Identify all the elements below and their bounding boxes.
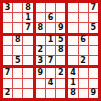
cell-r4c1[interactable] xyxy=(3,36,12,45)
cell-r8c5: 4 xyxy=(46,79,55,88)
cell-r8c9[interactable] xyxy=(89,79,98,88)
block-9: 4189 xyxy=(68,68,98,98)
cell-r3c2[interactable] xyxy=(13,23,22,32)
block-8: 924 xyxy=(36,68,66,98)
cell-r9c2[interactable] xyxy=(13,89,22,98)
cell-r5c1[interactable] xyxy=(3,46,12,55)
cell-r8c4[interactable] xyxy=(36,79,45,88)
cell-r3c8[interactable] xyxy=(79,23,88,32)
cell-r2c6[interactable] xyxy=(56,13,65,22)
cell-r5c4: 2 xyxy=(36,46,45,55)
cell-r9c4[interactable] xyxy=(36,89,45,98)
block-7: 72 xyxy=(3,68,33,98)
cell-r5c7[interactable] xyxy=(68,46,77,55)
cell-r6c2: 5 xyxy=(13,56,22,65)
cell-r4c8: 6 xyxy=(79,36,88,45)
cell-r3c6: 9 xyxy=(56,23,65,32)
cell-r6c9[interactable] xyxy=(89,56,98,65)
block-3: 75 xyxy=(68,3,98,33)
cell-r4c3[interactable] xyxy=(23,36,32,45)
cell-r7c6: 2 xyxy=(56,68,65,77)
cell-r3c9: 5 xyxy=(89,23,98,32)
cell-r4c2: 8 xyxy=(13,36,22,45)
cell-r2c2[interactable] xyxy=(13,13,22,22)
cell-r6c6[interactable] xyxy=(56,56,65,65)
cell-r5c5[interactable] xyxy=(46,46,55,55)
sudoku-board: 3817689758515283762729244189 xyxy=(0,0,101,101)
cell-r3c3: 7 xyxy=(23,23,32,32)
cell-r1c3: 8 xyxy=(23,3,32,12)
cell-r2c9[interactable] xyxy=(89,13,98,22)
cell-r1c2[interactable] xyxy=(13,3,22,12)
cell-r3c1[interactable] xyxy=(3,23,12,32)
cell-r1c8[interactable] xyxy=(79,3,88,12)
cell-r4c4[interactable] xyxy=(36,36,45,45)
cell-r8c2[interactable] xyxy=(13,79,22,88)
cell-r7c3[interactable] xyxy=(23,68,32,77)
cell-r3c4: 8 xyxy=(36,23,45,32)
cell-r2c7[interactable] xyxy=(68,13,77,22)
cell-r2c4[interactable] xyxy=(36,13,45,22)
cell-r7c5[interactable] xyxy=(46,68,55,77)
cell-r6c3[interactable] xyxy=(23,56,32,65)
cell-r6c8: 2 xyxy=(79,56,88,65)
cell-r9c5[interactable] xyxy=(46,89,55,98)
cell-r5c3[interactable] xyxy=(23,46,32,55)
cell-r2c8[interactable] xyxy=(79,13,88,22)
cell-r7c9[interactable] xyxy=(89,68,98,77)
cell-r7c7: 4 xyxy=(68,68,77,77)
cell-r6c5: 7 xyxy=(46,56,55,65)
cell-r6c7[interactable] xyxy=(68,56,77,65)
cell-r9c3[interactable] xyxy=(23,89,32,98)
cell-r5c6: 8 xyxy=(56,46,65,55)
cell-r9c7: 8 xyxy=(68,89,77,98)
cell-r1c7[interactable] xyxy=(68,3,77,12)
block-6: 62 xyxy=(68,36,98,66)
cell-r5c9[interactable] xyxy=(89,46,98,55)
cell-r4c9[interactable] xyxy=(89,36,98,45)
cell-r7c1: 7 xyxy=(3,68,12,77)
cell-r8c3[interactable] xyxy=(23,79,32,88)
cell-r4c6: 5 xyxy=(56,36,65,45)
cell-r9c9: 9 xyxy=(89,89,98,98)
block-1: 3817 xyxy=(3,3,33,33)
cell-r3c5[interactable] xyxy=(46,23,55,32)
cell-r6c4: 3 xyxy=(36,56,45,65)
cell-r8c1[interactable] xyxy=(3,79,12,88)
cell-r2c3: 1 xyxy=(23,13,32,22)
block-5: 152837 xyxy=(36,36,66,66)
cell-r7c4: 9 xyxy=(36,68,45,77)
cell-r8c6[interactable] xyxy=(56,79,65,88)
cell-r4c7[interactable] xyxy=(68,36,77,45)
cell-r1c9: 7 xyxy=(89,3,98,12)
cell-r8c7: 1 xyxy=(68,79,77,88)
cell-r5c2[interactable] xyxy=(13,46,22,55)
cell-r9c1: 2 xyxy=(3,89,12,98)
cell-r6c1[interactable] xyxy=(3,56,12,65)
cell-r1c6[interactable] xyxy=(56,3,65,12)
cell-r4c5: 1 xyxy=(46,36,55,45)
cell-r8c8[interactable] xyxy=(79,79,88,88)
block-4: 85 xyxy=(3,36,33,66)
cell-r1c5[interactable] xyxy=(46,3,55,12)
cell-r9c6[interactable] xyxy=(56,89,65,98)
cell-r7c8[interactable] xyxy=(79,68,88,77)
cell-r3c7[interactable] xyxy=(68,23,77,32)
cell-r2c1[interactable] xyxy=(3,13,12,22)
cell-r9c8[interactable] xyxy=(79,89,88,98)
cell-r7c2[interactable] xyxy=(13,68,22,77)
cell-r1c1: 3 xyxy=(3,3,12,12)
block-2: 689 xyxy=(36,3,66,33)
cell-r5c8[interactable] xyxy=(79,46,88,55)
cell-r2c5: 6 xyxy=(46,13,55,22)
cell-r1c4[interactable] xyxy=(36,3,45,12)
